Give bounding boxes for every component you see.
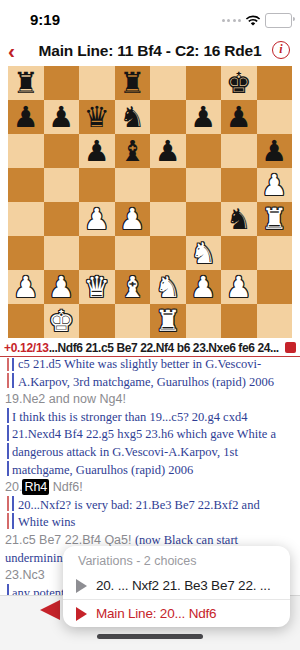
square-h8[interactable] [257,66,293,100]
square-b2[interactable]: ♟ [44,270,80,304]
white-queen-piece: ♛ [79,270,115,304]
square-a6[interactable] [8,134,44,168]
square-h1[interactable] [257,304,293,338]
square-b3[interactable] [44,236,80,270]
engine-eval-bar[interactable]: +0.12/13 ...Ndf6 21.c5 Be7 22.Nf4 b6 23.… [0,339,300,357]
black-queen-piece: ♛ [79,100,115,134]
chess-board[interactable]: ♜♜♚♟♟♛♞♟♟♟♝♟♟♟♟♟♞♜♞♟♟♛♝♞♟♟♚♜ [8,66,292,338]
square-f5[interactable] [186,168,222,202]
annotation-line[interactable]: 20...Nxf2? is very bad: 21.Be3 Be7 22.Bx… [0,495,300,513]
indent-guide-blue [12,373,14,389]
square-e3[interactable] [150,236,186,270]
square-f4[interactable] [186,202,222,236]
square-d6[interactable]: ♝ [115,134,151,168]
square-e8[interactable] [150,66,186,100]
square-c5[interactable] [79,168,115,202]
white-pawn-piece: ♟ [186,270,222,304]
comment-text: undermining [5,551,69,565]
white-pawn-piece: ♟ [79,202,115,236]
black-pawn-piece: ♟ [221,100,257,134]
annotation-line[interactable]: dangerous attack in G.Vescovi-A.Karpov, … [0,442,300,460]
square-d1[interactable] [115,304,151,338]
square-a5[interactable] [8,168,44,202]
comment-text: c5 21.d5 White was slightly better in G.… [18,358,261,371]
variations-popup-title: Variations - 2 choices [63,546,290,572]
annotation-line[interactable]: c5 21.d5 White was slightly better in G.… [0,358,300,372]
square-c4[interactable]: ♟ [79,202,115,236]
square-h5[interactable]: ♟ [257,168,293,202]
square-c3[interactable] [79,236,115,270]
white-pawn-piece: ♟ [8,270,44,304]
white-pawn-piece: ♟ [115,202,151,236]
info-button[interactable]: i [272,41,290,59]
annotation-line[interactable]: 21.Nexd4 Bf4 22.g5 hxg5 23.h6 which gave… [0,424,300,442]
black-pawn-piece: ♟ [257,134,293,168]
square-b8[interactable] [44,66,80,100]
square-h4[interactable]: ♜ [257,202,293,236]
play-triangle-icon [76,607,87,621]
variation-choice[interactable]: 20. ... Nxf2 21. Be3 Be7 22. ... [63,572,290,599]
square-f8[interactable] [186,66,222,100]
status-bar: 9:19 [0,0,300,40]
square-b7[interactable]: ♟ [44,100,80,134]
home-indicator[interactable] [97,634,203,639]
annotation-line[interactable]: 20.Rh4 Ndf6! [0,477,300,495]
move-text[interactable]: 19.Ne2 and now Ng4! [5,392,126,406]
variation-choice-main-line[interactable]: Main Line: 20... Ndf6 [63,599,290,627]
play-triangle-icon [76,579,87,593]
indent-guide-blue [12,496,14,512]
square-a4[interactable] [8,202,44,236]
current-move[interactable]: Rh4 [22,479,49,495]
square-b1[interactable]: ♚ [44,304,80,338]
variation-label: 20. ... Nxf2 21. Be3 Be7 22. ... [96,578,270,593]
square-a7[interactable]: ♟ [8,100,44,134]
black-pawn-piece: ♟ [44,100,80,134]
square-a1[interactable] [8,304,44,338]
comment-text: I think this is stronger than 19...c5? 2… [12,410,247,424]
battery-icon [265,13,292,28]
indent-guide-blue [7,425,9,441]
square-c2[interactable]: ♛ [79,270,115,304]
square-f2[interactable]: ♟ [186,270,222,304]
square-a8[interactable]: ♜ [8,66,44,100]
indent-guide-blue [7,443,9,459]
square-f6[interactable] [186,134,222,168]
square-g4[interactable]: ♞ [221,202,257,236]
white-knight-piece: ♞ [150,270,186,304]
square-f3[interactable]: ♞ [186,236,222,270]
square-a3[interactable] [8,236,44,270]
square-h2[interactable] [257,270,293,304]
square-g2[interactable]: ♟ [221,270,257,304]
square-h7[interactable] [257,100,293,134]
square-d2[interactable]: ♝ [115,270,151,304]
square-g8[interactable]: ♚ [221,66,257,100]
variations-popup: Variations - 2 choices 20. ... Nxf2 21. … [63,546,290,627]
black-pawn-piece: ♟ [150,134,186,168]
navigation-bar: ‹ Main Line: 11 Bf4 - C2: 16 Rde1 i [0,38,300,66]
square-e2[interactable]: ♞ [150,270,186,304]
square-c1[interactable] [79,304,115,338]
black-pawn-piece: ♟ [79,134,115,168]
indent-guide-red [7,496,9,512]
indent-guide-blue [7,461,9,477]
indent-guide-blue [7,408,9,424]
square-g7[interactable]: ♟ [221,100,257,134]
black-rook-piece: ♜ [115,66,151,100]
comment-text: A.Karpov, 3rd matchgame, Guarulhos (rapi… [18,375,274,389]
square-b6[interactable] [44,134,80,168]
black-pawn-piece: ♟ [8,100,44,134]
annotation-line[interactable]: White wins [0,512,300,530]
square-c6[interactable]: ♟ [79,134,115,168]
comment-text: dangerous attack in G.Vescovi-A.Karpov, … [12,445,238,459]
square-e5[interactable] [150,168,186,202]
eval-line: ...Ndf6 21.c5 Be7 22.Nf4 b6 23.Nxe6 fe6 … [49,341,282,355]
comment-text: 20...Nxf2? is very bad: 21.Be3 Be7 22.Bx… [18,498,260,512]
black-knight-piece: ♞ [115,100,151,134]
black-king-piece: ♚ [221,66,257,100]
square-h3[interactable] [257,236,293,270]
square-d4[interactable]: ♟ [115,202,151,236]
white-knight-piece: ♞ [186,236,222,270]
previous-move-button[interactable] [40,600,60,620]
move-text[interactable]: 23.Nc3 [5,568,45,582]
square-c8[interactable] [79,66,115,100]
indent-guide-red [7,358,9,371]
engine-stop-icon[interactable] [285,342,296,353]
variation-label: Main Line: 20... Ndf6 [96,606,216,621]
white-bishop-piece: ♝ [115,270,151,304]
square-h6[interactable]: ♟ [257,134,293,168]
black-rook-piece: ♜ [8,66,44,100]
comment-text: (now Black can start [135,533,238,547]
annotation-line[interactable]: A.Karpov, 3rd matchgame, Guarulhos (rapi… [0,372,300,390]
indent-guide-blue [12,513,14,529]
square-f1[interactable] [186,304,222,338]
black-pawn-piece: ♟ [186,100,222,134]
annotation-line[interactable]: I think this is stronger than 19...c5? 2… [0,407,300,425]
square-g5[interactable] [221,168,257,202]
white-king-piece: ♚ [44,304,80,338]
page-title: Main Line: 11 Bf4 - C2: 16 Rde1 [30,42,270,60]
square-e6[interactable]: ♟ [150,134,186,168]
move-text[interactable]: Ndf6! [49,480,82,494]
move-text[interactable]: 20. [5,480,22,494]
white-pawn-piece: ♟ [44,270,80,304]
comment-text: White wins [18,515,75,529]
indent-guide-red [7,373,9,389]
square-e4[interactable] [150,202,186,236]
wifi-icon [245,15,261,27]
annotation-line[interactable]: 19.Ne2 and now Ng4! [0,389,300,407]
square-g1[interactable] [221,304,257,338]
white-rook-piece: ♜ [257,202,293,236]
white-rook-piece: ♜ [150,304,186,338]
black-bishop-piece: ♝ [115,134,151,168]
square-e1[interactable]: ♜ [150,304,186,338]
comment-text: 21.Nexd4 Bf4 22.g5 hxg5 23.h6 which gave… [12,427,276,441]
square-e7[interactable] [150,100,186,134]
square-d7[interactable]: ♞ [115,100,151,134]
square-b5[interactable] [44,168,80,202]
indent-guide-blue [7,584,9,595]
annotation-line[interactable]: 21.c5 Be7 22.Bf4 Qa5! (now Black can sta… [0,530,300,548]
square-g3[interactable] [221,236,257,270]
square-b4[interactable] [44,202,80,236]
square-a2[interactable]: ♟ [8,270,44,304]
clock-time: 9:19 [30,11,60,28]
white-pawn-piece: ♟ [221,270,257,304]
square-f7[interactable]: ♟ [186,100,222,134]
indent-guide-blue [12,358,14,371]
square-d3[interactable] [115,236,151,270]
square-d8[interactable]: ♜ [115,66,151,100]
eval-score: +0.12/13 [4,341,49,355]
back-chevron-button[interactable]: ‹ [8,40,15,62]
square-d5[interactable] [115,168,151,202]
cellular-signal-icon [222,19,242,22]
move-text[interactable]: 21.c5 Be7 22.Bf4 Qa5! [5,533,135,547]
comment-text: matchgame, Guarulhos (rapid) 2006 [12,463,193,477]
square-c7[interactable]: ♛ [79,100,115,134]
square-g6[interactable] [221,134,257,168]
white-pawn-piece: ♟ [257,168,293,202]
indent-guide-red [7,513,9,529]
annotation-line[interactable]: matchgame, Guarulhos (rapid) 2006 [0,460,300,478]
black-knight-piece: ♞ [221,202,257,236]
